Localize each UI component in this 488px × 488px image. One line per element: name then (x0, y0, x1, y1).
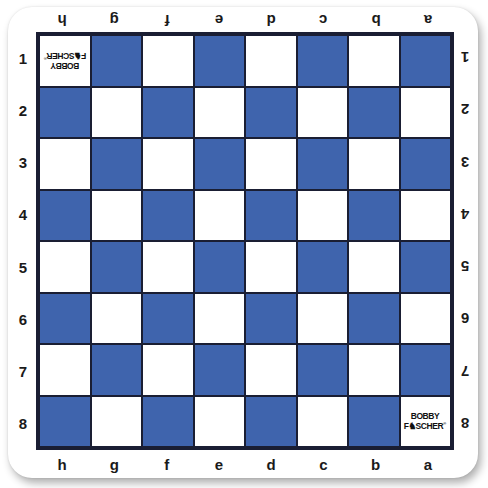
square-g3[interactable] (92, 139, 142, 189)
rank-label-left-3: 3 (12, 137, 34, 189)
rank-label-right-1: 1 (454, 32, 476, 84)
rank-label-right-2: 2 (454, 84, 476, 136)
square-b6[interactable] (349, 294, 399, 344)
file-label-top-b: b (350, 11, 402, 31)
file-labels-bottom: hgfedcba (36, 454, 454, 474)
rank-label-left-4: 4 (12, 189, 34, 241)
square-f2[interactable] (143, 88, 193, 138)
rank-label-left-8: 8 (12, 398, 34, 450)
file-label-top-f: f (141, 11, 193, 31)
square-g8[interactable] (92, 397, 142, 447)
square-a7[interactable] (401, 345, 451, 395)
square-e4[interactable] (195, 191, 245, 241)
square-g7[interactable] (92, 345, 142, 395)
square-g5[interactable] (92, 242, 142, 292)
square-d7[interactable] (246, 345, 296, 395)
square-d4[interactable] (246, 191, 296, 241)
square-h6[interactable] (40, 294, 90, 344)
rank-labels-right: 12345678 (454, 32, 476, 450)
square-d1[interactable] (246, 36, 296, 86)
knight-icon: ♞ (409, 421, 416, 431)
square-h4[interactable] (40, 191, 90, 241)
rank-label-left-7: 7 (12, 346, 34, 398)
square-f6[interactable] (143, 294, 193, 344)
square-f8[interactable] (143, 397, 193, 447)
square-c7[interactable] (298, 345, 348, 395)
square-g6[interactable] (92, 294, 142, 344)
square-a5[interactable] (401, 242, 451, 292)
file-label-bottom-a: a (402, 454, 454, 474)
square-c2[interactable] (298, 88, 348, 138)
rank-label-left-1: 1 (12, 32, 34, 84)
rank-label-left-5: 5 (12, 241, 34, 293)
square-d2[interactable] (246, 88, 296, 138)
square-g1[interactable] (92, 36, 142, 86)
square-c1[interactable] (298, 36, 348, 86)
square-a3[interactable] (401, 139, 451, 189)
square-b5[interactable] (349, 242, 399, 292)
square-f7[interactable] (143, 345, 193, 395)
bobby-fischer-logo-a8: BOBBY F♞SCHER® (400, 396, 450, 446)
square-f4[interactable] (143, 191, 193, 241)
square-h2[interactable] (40, 88, 90, 138)
square-b8[interactable] (349, 397, 399, 447)
chess-board: BOBBY F♞SCHER® BOBBY F♞SCHER® (36, 32, 454, 450)
square-h7[interactable] (40, 345, 90, 395)
knight-icon: ♞ (74, 51, 81, 61)
square-h8[interactable] (40, 397, 90, 447)
square-c3[interactable] (298, 139, 348, 189)
square-d6[interactable] (246, 294, 296, 344)
square-e3[interactable] (195, 139, 245, 189)
square-f3[interactable] (143, 139, 193, 189)
square-e5[interactable] (195, 242, 245, 292)
square-d8[interactable] (246, 397, 296, 447)
file-label-top-e: e (193, 11, 245, 31)
rank-label-left-6: 6 (12, 293, 34, 345)
square-b3[interactable] (349, 139, 399, 189)
logo-line2: F♞SCHER® (404, 420, 447, 430)
file-label-bottom-b: b (350, 454, 402, 474)
square-c4[interactable] (298, 191, 348, 241)
rank-label-right-6: 6 (454, 293, 476, 345)
square-e6[interactable] (195, 294, 245, 344)
square-c6[interactable] (298, 294, 348, 344)
file-label-top-a: a (402, 11, 454, 31)
registered-mark: ® (44, 56, 47, 61)
file-label-top-c: c (297, 11, 349, 31)
file-label-bottom-c: c (297, 454, 349, 474)
file-label-bottom-g: g (88, 454, 140, 474)
chess-mat: hgfedcba BOBBY F♞SCHER® BOBBY F♞SCHER® h… (8, 7, 478, 478)
square-h3[interactable] (40, 139, 90, 189)
file-labels-top: hgfedcba (36, 11, 454, 31)
square-b7[interactable] (349, 345, 399, 395)
square-b1[interactable] (349, 36, 399, 86)
square-e7[interactable] (195, 345, 245, 395)
square-a4[interactable] (401, 191, 451, 241)
square-d3[interactable] (246, 139, 296, 189)
square-e1[interactable] (195, 36, 245, 86)
file-label-bottom-d: d (245, 454, 297, 474)
registered-mark: ® (443, 421, 446, 426)
file-label-top-h: h (36, 11, 88, 31)
rank-labels-left: 12345678 (12, 32, 34, 450)
square-b4[interactable] (349, 191, 399, 241)
file-label-bottom-f: f (141, 454, 193, 474)
file-label-top-g: g (88, 11, 140, 31)
square-g4[interactable] (92, 191, 142, 241)
square-b2[interactable] (349, 88, 399, 138)
logo-line2: F♞SCHER® (44, 52, 87, 62)
square-e2[interactable] (195, 88, 245, 138)
square-f1[interactable] (143, 36, 193, 86)
rank-label-right-7: 7 (454, 346, 476, 398)
logo-line1: BOBBY (51, 62, 80, 70)
square-e8[interactable] (195, 397, 245, 447)
rank-label-right-8: 8 (454, 398, 476, 450)
file-label-bottom-e: e (193, 454, 245, 474)
bobby-fischer-logo-h1: BOBBY F♞SCHER® (40, 36, 90, 86)
square-c8[interactable] (298, 397, 348, 447)
rank-label-left-2: 2 (12, 84, 34, 136)
square-d5[interactable] (246, 242, 296, 292)
file-label-top-d: d (245, 11, 297, 31)
square-a1[interactable] (401, 36, 451, 86)
file-label-bottom-h: h (36, 454, 88, 474)
square-a6[interactable] (401, 294, 451, 344)
square-c5[interactable] (298, 242, 348, 292)
square-a2[interactable] (401, 88, 451, 138)
square-g2[interactable] (92, 88, 142, 138)
logo-line1: BOBBY (411, 412, 440, 420)
square-f5[interactable] (143, 242, 193, 292)
rank-label-right-5: 5 (454, 241, 476, 293)
square-h5[interactable] (40, 242, 90, 292)
rank-label-right-3: 3 (454, 137, 476, 189)
rank-label-right-4: 4 (454, 189, 476, 241)
